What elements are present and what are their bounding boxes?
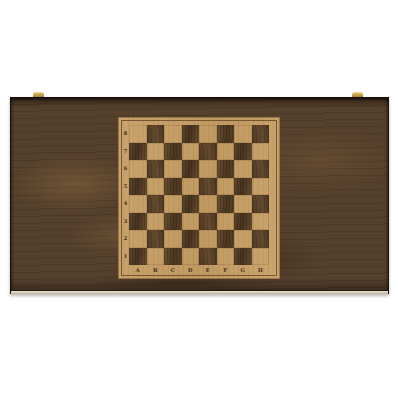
square-f1[interactable] xyxy=(217,248,235,266)
square-g8[interactable] xyxy=(234,125,252,143)
square-g6[interactable] xyxy=(234,160,252,178)
square-h1[interactable] xyxy=(252,248,270,266)
square-b2[interactable] xyxy=(147,230,165,248)
square-a5[interactable] xyxy=(129,178,147,196)
square-d4[interactable] xyxy=(182,195,200,213)
square-c5[interactable] xyxy=(164,178,182,196)
square-e6[interactable] xyxy=(199,160,217,178)
square-d2[interactable] xyxy=(182,230,200,248)
square-f6[interactable] xyxy=(217,160,235,178)
square-a6[interactable] xyxy=(129,160,147,178)
square-f3[interactable] xyxy=(217,213,235,231)
square-c2[interactable] xyxy=(164,230,182,248)
square-g3[interactable] xyxy=(234,213,252,231)
square-h8[interactable] xyxy=(252,125,270,143)
square-g5[interactable] xyxy=(234,178,252,196)
square-c7[interactable] xyxy=(164,143,182,161)
rank-label-1: 1 xyxy=(122,248,129,266)
square-e1[interactable] xyxy=(199,248,217,266)
square-e8[interactable] xyxy=(199,125,217,143)
rank-label-4: 4 xyxy=(122,195,129,213)
square-c4[interactable] xyxy=(164,195,182,213)
file-label-h: H xyxy=(252,266,270,275)
square-d5[interactable] xyxy=(182,178,200,196)
square-f2[interactable] xyxy=(217,230,235,248)
rank-label-5: 5 xyxy=(122,178,129,196)
file-label-e: E xyxy=(199,266,217,275)
square-e2[interactable] xyxy=(199,230,217,248)
square-g7[interactable] xyxy=(234,143,252,161)
square-h2[interactable] xyxy=(252,230,270,248)
file-label-f: F xyxy=(217,266,235,275)
square-c8[interactable] xyxy=(164,125,182,143)
square-d3[interactable] xyxy=(182,213,200,231)
square-g4[interactable] xyxy=(234,195,252,213)
square-a2[interactable] xyxy=(129,230,147,248)
square-b7[interactable] xyxy=(147,143,165,161)
square-e5[interactable] xyxy=(199,178,217,196)
rank-labels: 87654321 xyxy=(122,125,129,265)
square-b1[interactable] xyxy=(147,248,165,266)
board-grid xyxy=(129,125,269,265)
square-b6[interactable] xyxy=(147,160,165,178)
rank-label-3: 3 xyxy=(122,213,129,231)
square-b4[interactable] xyxy=(147,195,165,213)
square-f4[interactable] xyxy=(217,195,235,213)
square-d6[interactable] xyxy=(182,160,200,178)
square-e4[interactable] xyxy=(199,195,217,213)
square-d7[interactable] xyxy=(182,143,200,161)
square-a7[interactable] xyxy=(129,143,147,161)
square-h7[interactable] xyxy=(252,143,270,161)
square-h3[interactable] xyxy=(252,213,270,231)
case-bottom-edge xyxy=(11,290,388,294)
rank-label-7: 7 xyxy=(122,143,129,161)
rank-label-2: 2 xyxy=(122,230,129,248)
file-label-a: A xyxy=(129,266,147,275)
file-label-d: D xyxy=(182,266,200,275)
file-label-g: G xyxy=(234,266,252,275)
square-a1[interactable] xyxy=(129,248,147,266)
square-c6[interactable] xyxy=(164,160,182,178)
chess-board: 87654321 ABCDEFGH xyxy=(118,117,280,279)
file-label-c: C xyxy=(164,266,182,275)
square-d1[interactable] xyxy=(182,248,200,266)
product-photo-stage: 87654321 ABCDEFGH xyxy=(0,0,398,398)
square-e3[interactable] xyxy=(199,213,217,231)
square-h6[interactable] xyxy=(252,160,270,178)
square-f5[interactable] xyxy=(217,178,235,196)
chess-case-lid: 87654321 ABCDEFGH xyxy=(10,97,389,294)
square-f7[interactable] xyxy=(217,143,235,161)
square-a3[interactable] xyxy=(129,213,147,231)
square-a4[interactable] xyxy=(129,195,147,213)
square-b3[interactable] xyxy=(147,213,165,231)
square-h4[interactable] xyxy=(252,195,270,213)
rank-label-6: 6 xyxy=(122,160,129,178)
square-g2[interactable] xyxy=(234,230,252,248)
file-label-b: B xyxy=(147,266,165,275)
square-c1[interactable] xyxy=(164,248,182,266)
rank-label-8: 8 xyxy=(122,125,129,143)
square-g1[interactable] xyxy=(234,248,252,266)
square-c3[interactable] xyxy=(164,213,182,231)
square-e7[interactable] xyxy=(199,143,217,161)
square-b5[interactable] xyxy=(147,178,165,196)
square-b8[interactable] xyxy=(147,125,165,143)
square-h5[interactable] xyxy=(252,178,270,196)
square-f8[interactable] xyxy=(217,125,235,143)
file-labels: ABCDEFGH xyxy=(129,266,269,275)
square-a8[interactable] xyxy=(129,125,147,143)
square-d8[interactable] xyxy=(182,125,200,143)
